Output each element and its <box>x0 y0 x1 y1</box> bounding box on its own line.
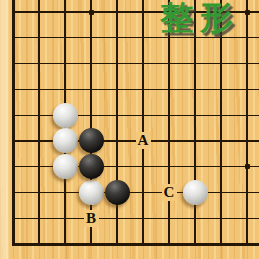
go-board-diagram: ABC 整形 <box>0 0 259 259</box>
stone-white-C4 <box>53 154 78 179</box>
stone-white-C6 <box>53 103 78 128</box>
stone-white-C5 <box>53 128 78 153</box>
label-point-C[interactable]: C <box>162 184 177 201</box>
label-point-A[interactable]: A <box>136 132 151 149</box>
stone-black-E3 <box>105 180 130 205</box>
stone-black-D5 <box>79 128 104 153</box>
stone-white-D3 <box>79 180 104 205</box>
board-intersections: ABC <box>0 0 259 257</box>
label-point-B[interactable]: B <box>84 210 99 227</box>
diagram-title: 整形 <box>160 1 240 34</box>
stone-white-H3 <box>183 180 208 205</box>
stone-black-D4 <box>79 154 104 179</box>
